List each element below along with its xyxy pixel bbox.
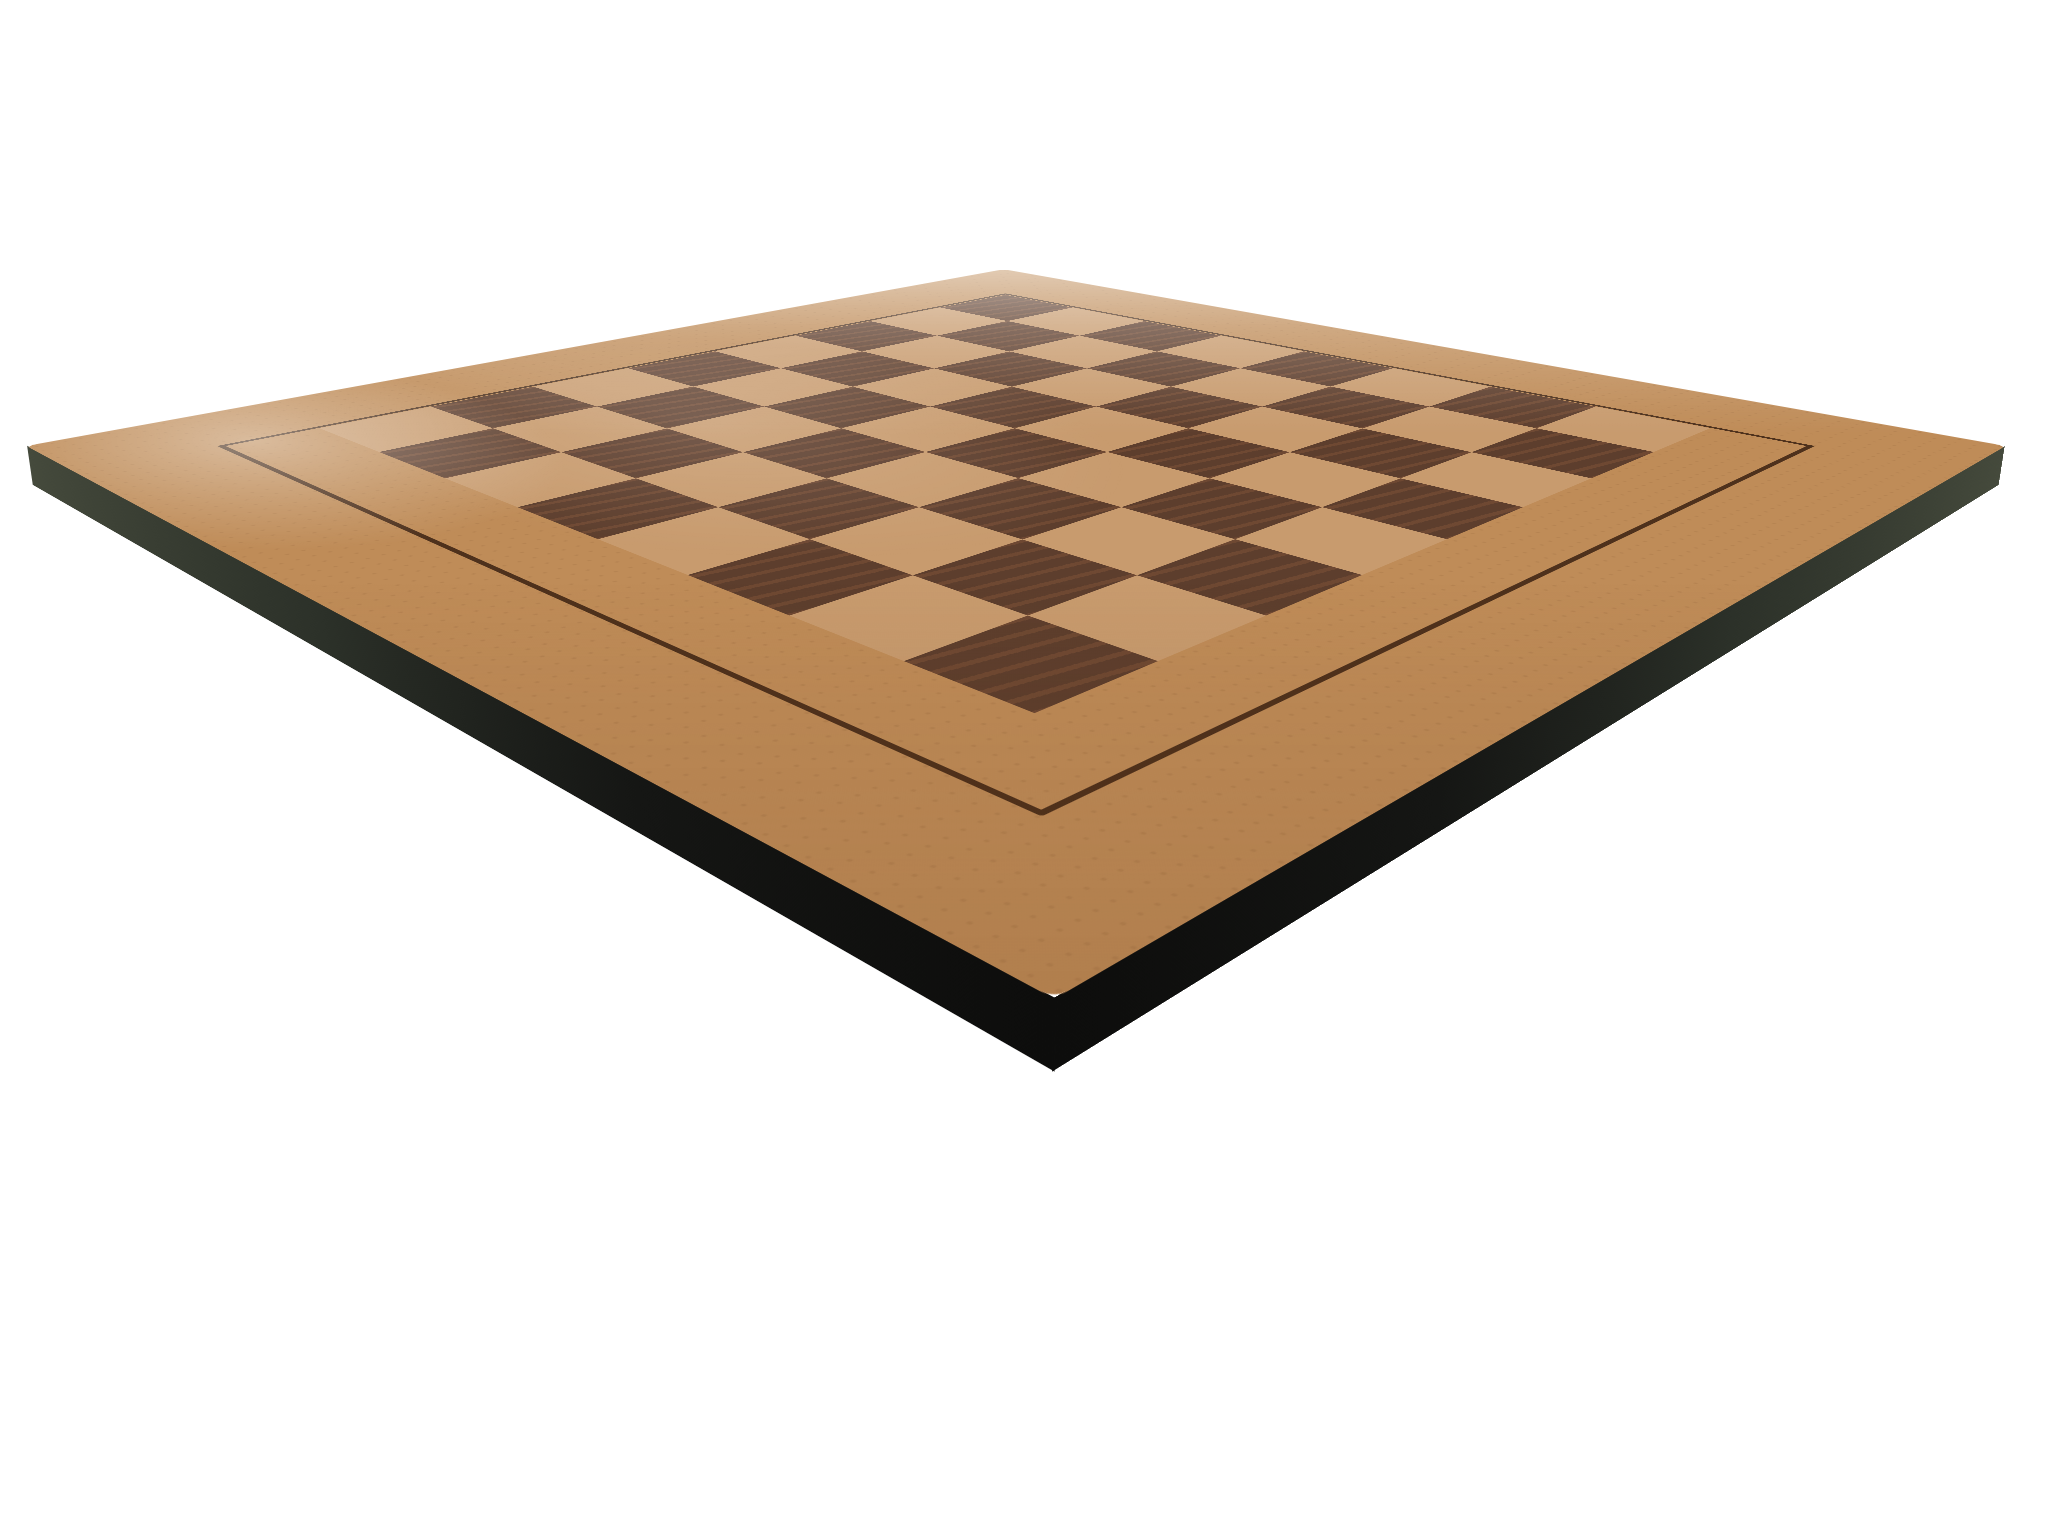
square-f3 bbox=[920, 478, 1121, 539]
square-h3 bbox=[1137, 539, 1362, 615]
square-c1 bbox=[445, 452, 636, 507]
square-e2 bbox=[719, 478, 920, 539]
square-g5 bbox=[1209, 452, 1400, 507]
chessboard bbox=[26, 269, 2006, 999]
square-f2 bbox=[810, 507, 1022, 575]
square-d1 bbox=[517, 478, 718, 539]
square-f4 bbox=[1018, 452, 1209, 507]
square-h6 bbox=[1400, 452, 1591, 507]
square-e3 bbox=[827, 452, 1018, 507]
chessboard-photo bbox=[0, 0, 2048, 1535]
square-d2 bbox=[636, 452, 827, 507]
square-g4 bbox=[1121, 478, 1322, 539]
square-e1 bbox=[598, 507, 810, 575]
square-g2 bbox=[913, 539, 1138, 615]
square-h4 bbox=[1235, 507, 1447, 575]
square-g3 bbox=[1022, 507, 1234, 575]
square-h1 bbox=[904, 615, 1158, 713]
playing-field bbox=[320, 295, 1710, 713]
square-h5 bbox=[1322, 478, 1523, 539]
square-h2 bbox=[1028, 575, 1267, 661]
square-g1 bbox=[789, 575, 1028, 661]
square-f1 bbox=[688, 539, 913, 615]
